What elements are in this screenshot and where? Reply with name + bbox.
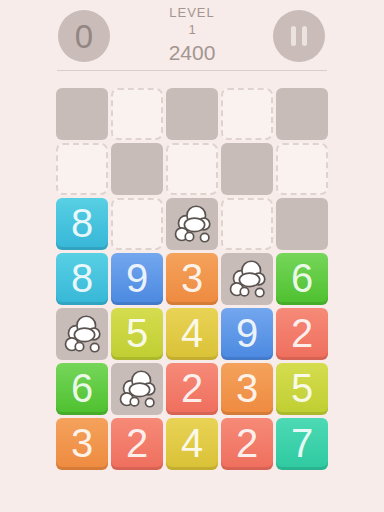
cell-r3c1[interactable]: 8 [56,198,108,250]
level-value: 1 [0,23,384,36]
tile-number: 2 [126,423,148,463]
level-info: LEVEL 1 2400 [0,6,384,63]
cell-r5c1 [56,308,108,360]
game-screen: 0 LEVEL 1 2400 889365492623532427 [0,0,384,512]
cell-r6c4[interactable]: 3 [221,363,273,415]
cell-r1c5 [276,88,328,140]
cell-r3c3 [166,198,218,250]
cell-r5c5[interactable]: 2 [276,308,328,360]
pause-button[interactable] [273,10,325,62]
smoke-cloud-icon [225,257,269,301]
cell-r1c3 [166,88,218,140]
smoke-cloud-icon [115,367,159,411]
header-divider [57,70,327,71]
cell-r2c1 [56,143,108,195]
cell-r7c1[interactable]: 3 [56,418,108,470]
tile-number: 9 [126,258,148,298]
cell-r6c3[interactable]: 2 [166,363,218,415]
cell-r1c4 [221,88,273,140]
cell-r2c4 [221,143,273,195]
tile-number: 2 [291,313,313,353]
tile-number: 6 [291,258,313,298]
cell-r3c5 [276,198,328,250]
tile-number: 5 [126,313,148,353]
cell-r2c5 [276,143,328,195]
tile-number: 8 [71,258,93,298]
tile-number: 7 [291,423,313,463]
tile-number: 3 [71,423,93,463]
cell-r6c2 [111,363,163,415]
cell-r7c3[interactable]: 4 [166,418,218,470]
cell-r5c2[interactable]: 5 [111,308,163,360]
cell-r6c5[interactable]: 5 [276,363,328,415]
cell-r4c2[interactable]: 9 [111,253,163,305]
cell-r3c4 [221,198,273,250]
tile-number: 3 [181,258,203,298]
tile-number: 9 [236,313,258,353]
pause-icon [291,26,307,46]
tile-number: 4 [181,313,203,353]
cell-r5c4[interactable]: 9 [221,308,273,360]
tile-number: 5 [291,368,313,408]
tile-number: 2 [181,368,203,408]
tile-number: 3 [236,368,258,408]
cell-r4c4 [221,253,273,305]
target-score: 2400 [0,42,384,63]
tile-number: 8 [71,203,93,243]
cell-r3c2 [111,198,163,250]
tile-number: 4 [181,423,203,463]
cell-r1c1 [56,88,108,140]
cell-r7c2[interactable]: 2 [111,418,163,470]
tile-number: 2 [236,423,258,463]
smoke-cloud-icon [60,312,104,356]
cell-r1c2 [111,88,163,140]
game-board: 889365492623532427 [56,88,328,470]
cell-r4c1[interactable]: 8 [56,253,108,305]
cell-r2c2 [111,143,163,195]
smoke-cloud-icon [170,202,214,246]
cell-r7c4[interactable]: 2 [221,418,273,470]
cell-r4c5[interactable]: 6 [276,253,328,305]
cell-r2c3 [166,143,218,195]
tile-number: 6 [71,368,93,408]
cell-r7c5[interactable]: 7 [276,418,328,470]
level-label: LEVEL [0,6,384,19]
cell-r5c3[interactable]: 4 [166,308,218,360]
cell-r6c1[interactable]: 6 [56,363,108,415]
cell-r4c3[interactable]: 3 [166,253,218,305]
